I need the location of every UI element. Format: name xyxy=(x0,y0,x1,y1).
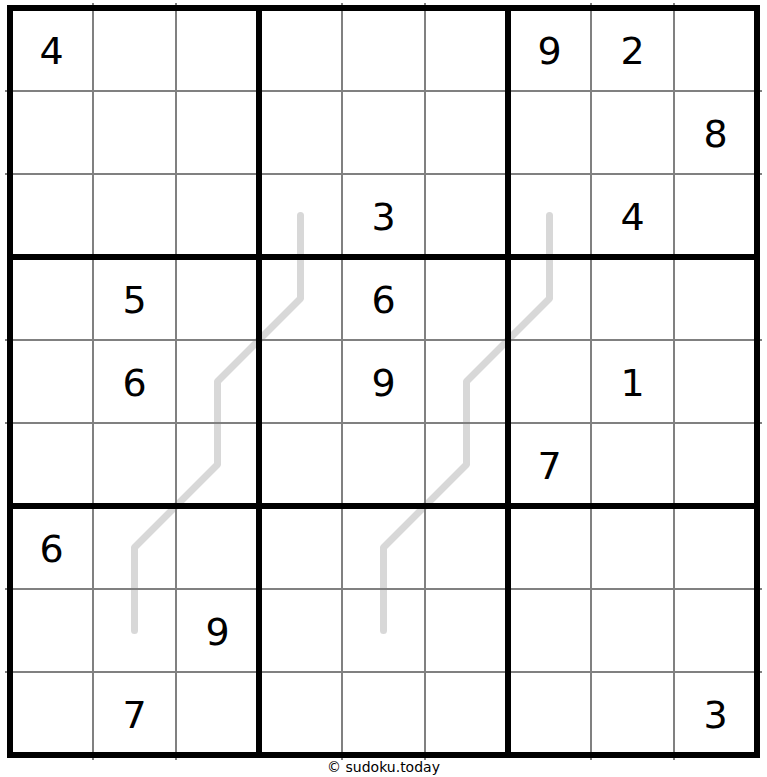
cell-r5c7 xyxy=(508,340,591,423)
cell-r6c3 xyxy=(176,423,259,506)
copyright-text: © sudoku.today xyxy=(0,756,767,777)
cell-r9c9-given: 3 xyxy=(674,672,757,755)
cell-r4c6 xyxy=(425,257,508,340)
cell-r2c7 xyxy=(508,91,591,174)
cell-r7c8 xyxy=(591,506,674,589)
cell-r9c1 xyxy=(10,672,93,755)
cell-r7c6 xyxy=(425,506,508,589)
cell-r5c8-given: 1 xyxy=(591,340,674,423)
cell-r1c5 xyxy=(342,8,425,91)
cell-r3c3 xyxy=(176,174,259,257)
cell-r9c2-given: 7 xyxy=(93,672,176,755)
cell-r3c8-given: 4 xyxy=(591,174,674,257)
cell-r5c4 xyxy=(259,340,342,423)
cell-r4c8 xyxy=(591,257,674,340)
cell-r6c9 xyxy=(674,423,757,506)
cell-r3c5-given: 3 xyxy=(342,174,425,257)
cell-r4c2-given: 5 xyxy=(93,257,176,340)
cell-r5c2-given: 6 xyxy=(93,340,176,423)
cell-r1c2 xyxy=(93,8,176,91)
cell-r8c5 xyxy=(342,589,425,672)
cell-r3c1 xyxy=(10,174,93,257)
cell-r8c3-given: 9 xyxy=(176,589,259,672)
cell-r4c9 xyxy=(674,257,757,340)
cell-r7c1-given: 6 xyxy=(10,506,93,589)
cell-r5c1 xyxy=(10,340,93,423)
cell-r9c8 xyxy=(591,672,674,755)
cell-r9c5 xyxy=(342,672,425,755)
cell-r9c3 xyxy=(176,672,259,755)
cell-r5c6 xyxy=(425,340,508,423)
cell-r8c9 xyxy=(674,589,757,672)
cell-r3c9 xyxy=(674,174,757,257)
cell-r3c2 xyxy=(93,174,176,257)
cell-r6c5 xyxy=(342,423,425,506)
cell-r2c4 xyxy=(259,91,342,174)
sudoku-puzzle: 4928345669176973 © sudoku.today xyxy=(0,0,767,777)
cell-r7c5 xyxy=(342,506,425,589)
cell-r9c7 xyxy=(508,672,591,755)
cell-r6c7-given: 7 xyxy=(508,423,591,506)
cell-r3c7 xyxy=(508,174,591,257)
cell-r8c4 xyxy=(259,589,342,672)
cell-r8c2 xyxy=(93,589,176,672)
cell-r7c9 xyxy=(674,506,757,589)
cell-r1c3 xyxy=(176,8,259,91)
cell-r7c2 xyxy=(93,506,176,589)
cell-r1c6 xyxy=(425,8,508,91)
cell-r1c7-given: 9 xyxy=(508,8,591,91)
cell-r8c6 xyxy=(425,589,508,672)
cell-r6c8 xyxy=(591,423,674,506)
cell-r4c1 xyxy=(10,257,93,340)
cell-r2c9-given: 8 xyxy=(674,91,757,174)
cell-r4c7 xyxy=(508,257,591,340)
cell-r2c1 xyxy=(10,91,93,174)
cell-r6c6 xyxy=(425,423,508,506)
cell-r9c4 xyxy=(259,672,342,755)
cell-r2c2 xyxy=(93,91,176,174)
cell-r8c8 xyxy=(591,589,674,672)
cell-r2c6 xyxy=(425,91,508,174)
cell-r5c5-given: 9 xyxy=(342,340,425,423)
cell-r1c8-given: 2 xyxy=(591,8,674,91)
cell-r7c3 xyxy=(176,506,259,589)
cell-r2c8 xyxy=(591,91,674,174)
cell-r6c2 xyxy=(93,423,176,506)
cell-r9c6 xyxy=(425,672,508,755)
cell-r8c7 xyxy=(508,589,591,672)
cell-r2c3 xyxy=(176,91,259,174)
cell-r3c6 xyxy=(425,174,508,257)
cell-r4c3 xyxy=(176,257,259,340)
cell-r6c1 xyxy=(10,423,93,506)
cell-r2c5 xyxy=(342,91,425,174)
cell-r8c1 xyxy=(10,589,93,672)
cell-r6c4 xyxy=(259,423,342,506)
cell-r3c4 xyxy=(259,174,342,257)
cell-r4c4 xyxy=(259,257,342,340)
cell-r1c1-given: 4 xyxy=(10,8,93,91)
cell-r7c7 xyxy=(508,506,591,589)
cell-r1c4 xyxy=(259,8,342,91)
cell-r1c9 xyxy=(674,8,757,91)
cell-r5c3 xyxy=(176,340,259,423)
cell-r5c9 xyxy=(674,340,757,423)
cell-r4c5-given: 6 xyxy=(342,257,425,340)
cell-r7c4 xyxy=(259,506,342,589)
